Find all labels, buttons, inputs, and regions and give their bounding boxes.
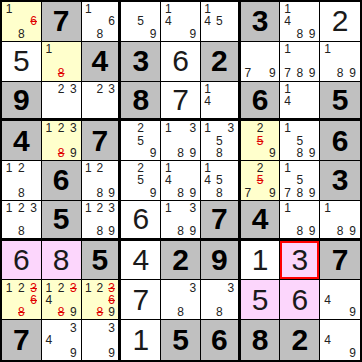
candidate-grid: 189 (281, 202, 318, 237)
candidate-digit: 2 (257, 122, 264, 134)
candidate-slot-7 (83, 28, 95, 40)
candidate-grid: 1589 (281, 122, 318, 159)
cell-r5c8[interactable]: 15789 (280, 161, 320, 201)
candidate-slot-4: 4 (281, 15, 293, 27)
candidate-slot-5: 5 (213, 135, 225, 147)
candidate-slot-7 (122, 147, 134, 159)
cell-r4c9[interactable]: 6 (320, 121, 360, 161)
cell-r7c1[interactable]: 6 (2, 241, 42, 281)
solved-digit: 8 (53, 245, 70, 275)
cell-r9c5[interactable]: 5 (161, 320, 201, 360)
candidate-slot-3 (147, 162, 159, 174)
cell-r1c5[interactable]: 149 (161, 2, 201, 42)
candidate-digit: 2 (137, 122, 144, 134)
candidate-slot-4: 4 (162, 174, 174, 186)
eliminated-candidate: 8 (58, 306, 65, 318)
candidate-slot-4 (162, 294, 174, 306)
cell-r3c3[interactable]: 23 (82, 82, 122, 122)
candidate-digit: 1 (204, 162, 211, 174)
candidate-slot-6 (28, 214, 40, 225)
candidate-slot-6 (266, 174, 278, 186)
candidate-digit: 9 (189, 225, 196, 237)
cell-r9c9[interactable]: 49 (320, 320, 360, 360)
eliminated-candidate: 8 (18, 306, 25, 318)
cell-r2c6[interactable]: 2 (201, 42, 241, 82)
candidate-slot-4 (281, 214, 293, 225)
candidate-slot-3: 3 (28, 202, 40, 214)
cell-r2c1[interactable]: 5 (2, 42, 42, 82)
cell-r3c4[interactable]: 8 (121, 82, 161, 122)
candidate-digit: 9 (108, 187, 115, 199)
candidate-grid: 168 (3, 3, 40, 40)
candidate-slot-7 (321, 306, 334, 318)
candidate-grid: 14 (281, 83, 318, 118)
candidate-digit: 8 (177, 306, 184, 318)
candidate-grid: 259 (122, 162, 159, 199)
candidate-slot-5 (94, 15, 106, 27)
cell-r6c1[interactable]: 1238 (2, 201, 42, 241)
candidate-slot-7 (202, 187, 214, 199)
candidate-digit: 2 (97, 83, 104, 95)
candidate-slot-9 (306, 107, 318, 118)
candidate-slot-7 (242, 147, 254, 159)
candidate-slot-3 (147, 122, 159, 134)
cell-r4c7[interactable]: 259 (241, 121, 281, 161)
candidate-digit: 1 (85, 3, 92, 15)
candidate-slot-8: 8 (15, 306, 27, 318)
cell-r8c9[interactable]: 49 (320, 280, 360, 320)
candidate-slot-2 (334, 43, 347, 55)
candidate-slot-1: 1 (83, 3, 95, 15)
cell-r3c6[interactable]: 14 (201, 82, 241, 122)
cell-r1c6[interactable]: 145 (201, 2, 241, 42)
candidate-slot-8 (55, 346, 67, 359)
cell-r6c6[interactable]: 7 (201, 201, 241, 241)
candidate-slot-6: 6 (28, 15, 40, 27)
candidate-slot-8: 8 (55, 147, 67, 159)
candidate-slot-3 (306, 83, 318, 95)
candidate-slot-2: 2 (15, 202, 27, 214)
cell-r4c8[interactable]: 1589 (280, 121, 320, 161)
candidate-slot-5: 5 (213, 15, 225, 27)
given-digit: 9 (211, 245, 228, 275)
candidate-slot-4: 4 (202, 15, 214, 27)
candidate-grid: 12389 (43, 122, 80, 159)
candidate-slot-5 (254, 55, 266, 67)
cell-r4c3[interactable]: 7 (82, 121, 122, 161)
given-digit: 9 (13, 85, 30, 115)
candidate-digit: 1 (284, 83, 291, 95)
candidate-slot-3 (306, 202, 318, 214)
candidate-slot-4 (162, 135, 174, 147)
candidate-grid: 123689 (83, 281, 118, 318)
candidate-grid: 23 (43, 83, 80, 118)
candidate-grid: 189 (321, 202, 359, 237)
candidate-slot-5 (294, 15, 306, 27)
candidate-slot-8 (55, 106, 67, 117)
candidate-slot-7 (83, 106, 95, 117)
candidate-digit: 9 (70, 147, 77, 159)
candidate-slot-8: 8 (334, 225, 347, 237)
candidate-slot-3: 3 (28, 281, 40, 293)
cell-r5c2[interactable]: 6 (42, 161, 82, 201)
candidate-slot-7: 7 (281, 67, 293, 79)
candidate-digit: 1 (324, 43, 331, 55)
candidate-slot-1 (83, 83, 95, 95)
candidate-digit: 3 (108, 202, 115, 214)
candidate-slot-4 (202, 135, 214, 147)
candidate-digit: 4 (204, 174, 211, 186)
candidate-slot-4 (43, 55, 55, 67)
cell-r8c5[interactable]: 38 (161, 280, 201, 320)
candidate-digit: 7 (284, 67, 291, 79)
cell-r5c1[interactable]: 128 (2, 161, 42, 201)
candidate-slot-1: 1 (281, 122, 293, 134)
cell-r9c4[interactable]: 1 (121, 320, 161, 360)
candidate-slot-3 (225, 162, 237, 174)
candidate-slot-3: 3 (187, 202, 199, 214)
cell-r5c5[interactable]: 1489 (161, 161, 201, 201)
cell-r9c8[interactable]: 2 (280, 320, 320, 360)
candidate-digit: 8 (97, 225, 104, 237)
candidate-slot-8: 8 (174, 147, 186, 159)
candidate-slot-4 (202, 294, 214, 306)
cell-r2c5[interactable]: 6 (161, 42, 201, 82)
cell-r9c2[interactable]: 349 (42, 320, 82, 360)
candidate-slot-1 (162, 281, 174, 293)
solved-digit: 7 (132, 285, 149, 315)
candidate-slot-2 (213, 122, 225, 134)
candidate-slot-8: 8 (294, 147, 306, 159)
cell-r3c7[interactable]: 6 (241, 82, 281, 122)
candidate-slot-9 (225, 306, 237, 318)
candidate-grid: 1289 (83, 162, 118, 199)
candidate-slot-2 (294, 83, 306, 95)
candidate-slot-9 (225, 28, 237, 40)
candidate-slot-3: 3 (67, 83, 79, 95)
given-digit: 3 (332, 165, 349, 195)
candidate-slot-6 (67, 334, 79, 347)
cell-r1c8[interactable]: 1489 (280, 2, 320, 42)
candidate-slot-9 (106, 28, 118, 40)
candidate-slot-2 (254, 43, 266, 55)
candidate-digit: 9 (189, 28, 196, 40)
candidate-slot-7: 7 (281, 187, 293, 199)
candidate-digit: 1 (6, 282, 13, 294)
cell-r5c3[interactable]: 1289 (82, 161, 122, 201)
candidate-slot-5 (15, 15, 27, 27)
candidate-digit: 9 (309, 187, 316, 199)
candidate-slot-8: 8 (174, 306, 186, 318)
candidate-slot-4 (43, 95, 55, 106)
candidate-slot-2 (15, 3, 27, 15)
candidate-slot-7 (43, 106, 55, 117)
cell-r4c2[interactable]: 12389 (42, 121, 82, 161)
candidate-slot-8: 8 (15, 187, 27, 199)
given-digit: 7 (332, 245, 349, 275)
candidate-slot-2: 2 (135, 122, 147, 134)
candidate-slot-4 (3, 15, 15, 27)
candidate-digit: 1 (6, 3, 13, 15)
candidate-digit: 2 (58, 282, 65, 294)
given-digit: 7 (92, 126, 109, 156)
candidate-digit: 1 (284, 122, 291, 134)
candidate-slot-1: 1 (281, 83, 293, 95)
candidate-digit: 5 (137, 174, 144, 186)
cell-r5c9[interactable]: 3 (320, 161, 360, 201)
cell-r5c7[interactable]: 2579 (241, 161, 281, 201)
cell-r8c2[interactable]: 123489 (42, 280, 82, 320)
cell-r6c2[interactable]: 5 (42, 201, 82, 241)
candidate-digit: 3 (70, 322, 77, 334)
candidate-slot-4 (321, 214, 334, 225)
candidate-slot-8: 8 (174, 187, 186, 199)
cell-r4c4[interactable]: 259 (121, 121, 161, 161)
cell-r1c2[interactable]: 7 (42, 2, 82, 42)
cell-r5c6[interactable]: 1458 (201, 161, 241, 201)
candidate-slot-6 (147, 174, 159, 186)
cell-r6c4[interactable]: 6 (121, 201, 161, 241)
eliminated-candidate: 5 (257, 135, 264, 147)
candidate-slot-2 (55, 321, 67, 334)
candidate-slot-6 (106, 334, 118, 347)
cell-r8c3[interactable]: 123689 (82, 280, 122, 320)
candidate-digit: 9 (189, 147, 196, 159)
candidate-digit: 8 (216, 147, 223, 159)
cell-r6c5[interactable]: 1389 (161, 201, 201, 241)
candidate-grid: 49 (321, 321, 359, 359)
candidate-slot-4 (242, 174, 254, 186)
candidate-slot-9: 9 (306, 67, 318, 79)
given-digit: 6 (252, 85, 269, 115)
candidate-slot-3 (266, 43, 278, 55)
cell-r6c3[interactable]: 12389 (82, 201, 122, 241)
candidate-slot-4 (122, 15, 134, 27)
candidate-digit: 9 (150, 187, 157, 199)
candidate-digit: 9 (309, 28, 316, 40)
cell-r1c3[interactable]: 168 (82, 2, 122, 42)
solved-digit: 5 (252, 285, 269, 315)
cell-r9c6[interactable]: 6 (201, 320, 241, 360)
candidate-slot-2: 2 (254, 122, 266, 134)
candidate-slot-6 (306, 174, 318, 186)
cell-r3c1[interactable]: 9 (2, 82, 42, 122)
candidate-digit: 3 (189, 202, 196, 214)
candidate-digit: 4 (165, 174, 172, 186)
candidate-grid: 1789 (281, 43, 318, 80)
candidate-slot-6 (306, 135, 318, 147)
cell-r1c9[interactable]: 2 (320, 2, 360, 42)
candidate-slot-1 (122, 122, 134, 134)
eliminated-candidate: 3 (30, 282, 37, 294)
candidate-digit: 8 (97, 28, 104, 40)
cell-r4c5[interactable]: 1389 (161, 121, 201, 161)
cell-r7c2[interactable]: 8 (42, 241, 82, 281)
cell-r9c3[interactable]: 39 (82, 320, 122, 360)
cell-r7c6[interactable]: 9 (201, 241, 241, 281)
candidate-digit: 3 (189, 282, 196, 294)
cell-r2c7[interactable]: 79 (241, 42, 281, 82)
solved-digit: 6 (172, 46, 189, 76)
candidate-slot-2 (94, 321, 106, 334)
candidate-slot-8: 8 (174, 225, 186, 237)
cell-r9c1[interactable]: 7 (2, 320, 42, 360)
candidate-slot-4 (83, 214, 95, 225)
candidate-slot-9: 9 (306, 187, 318, 199)
candidate-slot-1: 1 (162, 122, 174, 134)
candidate-slot-9 (225, 107, 237, 118)
candidate-slot-6 (147, 135, 159, 147)
candidate-slot-3: 3 (106, 281, 118, 293)
cell-r8c1[interactable]: 12368 (2, 280, 42, 320)
candidate-slot-1: 1 (43, 281, 55, 293)
candidate-slot-2 (334, 281, 347, 293)
candidate-slot-6 (187, 15, 199, 27)
cell-r3c2[interactable]: 23 (42, 82, 82, 122)
candidate-digit: 1 (6, 162, 13, 174)
given-digit: 3 (252, 6, 269, 36)
candidate-slot-8 (213, 107, 225, 118)
candidate-slot-5 (55, 135, 67, 147)
candidate-slot-1: 1 (3, 162, 15, 174)
cell-r3c9[interactable]: 5 (320, 82, 360, 122)
cell-r2c9[interactable]: 189 (320, 42, 360, 82)
cell-r8c7[interactable]: 5 (241, 280, 281, 320)
candidate-digit: 9 (108, 306, 115, 318)
candidate-slot-9 (225, 187, 237, 199)
candidate-slot-2 (294, 202, 306, 214)
candidate-grid: 18 (43, 43, 80, 80)
candidate-slot-9: 9 (306, 28, 318, 40)
cell-r8c4[interactable]: 7 (121, 280, 161, 320)
candidate-digit: 6 (108, 15, 115, 27)
candidate-slot-1: 1 (202, 122, 214, 134)
cell-r7c7[interactable]: 1 (241, 241, 281, 281)
cell-r6c9[interactable]: 189 (320, 201, 360, 241)
cell-r2c4[interactable]: 3 (121, 42, 161, 82)
candidate-digit: 8 (216, 187, 223, 199)
candidate-digit: 1 (85, 202, 92, 214)
candidate-slot-6 (106, 174, 118, 186)
candidate-slot-9: 9 (306, 225, 318, 237)
candidate-slot-8: 8 (15, 28, 27, 40)
candidate-slot-4 (281, 135, 293, 147)
candidate-digit: 2 (97, 202, 104, 214)
cell-r9c7[interactable]: 8 (241, 320, 281, 360)
candidate-grid: 123489 (43, 281, 80, 318)
cell-r7c8[interactable]: 3 (280, 241, 320, 281)
candidate-slot-3 (346, 202, 359, 214)
candidate-slot-5 (15, 174, 27, 186)
cell-r6c8[interactable]: 189 (280, 201, 320, 241)
cell-r7c3[interactable]: 5 (82, 241, 122, 281)
cell-r7c4[interactable]: 4 (121, 241, 161, 281)
cell-r5c4[interactable]: 259 (121, 161, 161, 201)
candidate-slot-5 (174, 135, 186, 147)
given-digit: 5 (92, 245, 109, 275)
candidate-slot-9 (28, 306, 40, 318)
candidate-slot-8: 8 (294, 28, 306, 40)
candidate-slot-3: 3 (106, 321, 118, 334)
candidate-slot-2: 2 (15, 281, 27, 293)
candidate-slot-7 (162, 225, 174, 237)
candidate-slot-5: 5 (294, 135, 306, 147)
candidate-slot-8 (135, 187, 147, 199)
candidate-slot-7 (321, 225, 334, 237)
candidate-slot-2 (213, 281, 225, 293)
cell-r1c1[interactable]: 168 (2, 2, 42, 42)
candidate-digit: 1 (165, 162, 172, 174)
cell-r8c8[interactable]: 6 (280, 280, 320, 320)
candidate-slot-1: 1 (281, 202, 293, 214)
candidate-slot-3 (225, 83, 237, 95)
cell-r1c7[interactable]: 3 (241, 2, 281, 42)
candidate-slot-2 (55, 43, 67, 55)
candidate-slot-3 (187, 3, 199, 15)
candidate-grid: 59 (122, 3, 159, 40)
candidate-digit: 2 (58, 83, 65, 95)
candidate-grid: 39 (83, 321, 118, 359)
candidate-slot-8 (334, 346, 347, 359)
cell-r8c6[interactable]: 38 (201, 280, 241, 320)
candidate-slot-4: 4 (202, 174, 214, 186)
candidate-slot-5 (55, 95, 67, 106)
given-digit: 5 (53, 204, 70, 234)
given-digit: 5 (172, 325, 189, 355)
candidate-grid: 145 (202, 3, 237, 40)
candidate-slot-9 (225, 147, 237, 159)
candidate-grid: 15789 (281, 162, 318, 199)
cell-r6c7[interactable]: 4 (241, 201, 281, 241)
candidate-digit: 2 (18, 202, 25, 214)
cell-r4c1[interactable]: 4 (2, 121, 42, 161)
candidate-slot-2: 2 (55, 281, 67, 293)
candidate-slot-3 (306, 162, 318, 174)
candidate-digit: 8 (216, 306, 223, 318)
candidate-digit: 8 (296, 225, 303, 237)
candidate-slot-7 (321, 67, 334, 79)
candidate-digit: 9 (269, 67, 276, 79)
eliminated-candidate: 3 (70, 282, 77, 294)
candidate-digit: 1 (204, 122, 211, 134)
candidate-slot-7 (321, 346, 334, 359)
candidate-slot-7 (281, 225, 293, 237)
candidate-slot-3 (346, 281, 359, 293)
candidate-grid: 1389 (162, 122, 199, 159)
cell-r3c5[interactable]: 7 (161, 82, 201, 122)
candidate-digit: 8 (296, 67, 303, 79)
candidate-slot-9: 9 (187, 187, 199, 199)
cell-r2c3[interactable]: 4 (82, 42, 122, 82)
cell-r4c6[interactable]: 1358 (201, 121, 241, 161)
cell-r2c2[interactable]: 18 (42, 42, 82, 82)
cell-r7c5[interactable]: 2 (161, 241, 201, 281)
cell-r2c8[interactable]: 1789 (280, 42, 320, 82)
candidate-digit: 9 (309, 67, 316, 79)
candidate-digit: 7 (244, 67, 251, 79)
candidate-slot-2: 2 (55, 122, 67, 134)
cell-r3c8[interactable]: 14 (280, 82, 320, 122)
cell-r7c9[interactable]: 7 (320, 241, 360, 281)
candidate-slot-1: 1 (43, 43, 55, 55)
candidate-slot-5 (213, 95, 225, 107)
candidate-digit: 9 (309, 147, 316, 159)
candidate-slot-6 (225, 174, 237, 186)
cell-r1c4[interactable]: 59 (121, 2, 161, 42)
candidate-slot-8 (334, 306, 347, 318)
candidate-slot-9 (187, 306, 199, 318)
candidate-slot-1: 1 (281, 43, 293, 55)
